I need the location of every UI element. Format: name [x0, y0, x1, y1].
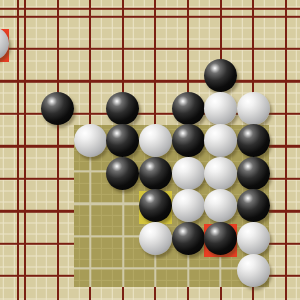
stone-white	[204, 92, 237, 125]
stone-white	[237, 222, 270, 255]
stone-black	[237, 157, 270, 190]
stone-black	[172, 222, 205, 255]
stone-white	[237, 254, 270, 287]
stone-white	[204, 157, 237, 190]
stone-black	[41, 92, 74, 125]
stone-black	[139, 157, 172, 190]
stone-black	[139, 189, 172, 222]
stone-black	[172, 124, 205, 157]
stone-white	[74, 124, 107, 157]
stone-black	[172, 92, 205, 125]
stone-black	[237, 189, 270, 222]
stone-black	[204, 222, 237, 255]
gomoku-app-window	[0, 0, 300, 300]
stone-white	[139, 124, 172, 157]
stone-white	[172, 189, 205, 222]
stone-white	[172, 157, 205, 190]
stone-black	[106, 92, 139, 125]
stone-white	[139, 222, 172, 255]
stone-white	[237, 92, 270, 125]
gomoku-board[interactable]	[0, 0, 300, 300]
stone-black	[106, 157, 139, 190]
stone-black	[237, 124, 270, 157]
stone-black	[204, 59, 237, 92]
